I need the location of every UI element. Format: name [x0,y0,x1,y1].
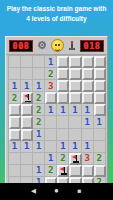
nav-recents-icon[interactable]: ■ [76,188,84,195]
cell-r10c4[interactable]: 2 [45,165,57,177]
cell-r3c8[interactable] [94,80,106,92]
cell-r7c7[interactable] [82,129,94,141]
cell-r3c2[interactable]: 1 [21,80,33,92]
settings-gear-icon[interactable]: ⚙ [37,40,47,51]
cell-r3c3[interactable]: 1 [33,80,45,92]
cell-r5c1[interactable] [9,104,21,116]
promo-line-2: 4 levels of difficulty [0,14,113,24]
android-navbar: ◀ ● ■ [0,183,113,200]
cell-r4c6[interactable] [69,92,81,104]
cell-r7c2[interactable] [21,129,33,141]
trophy-icon[interactable] [68,40,76,51]
cell-r2c1[interactable] [9,68,21,80]
smiley-mouth [55,47,60,51]
cell-r5c7[interactable]: 1 [82,104,94,116]
cell-r3c1[interactable]: 1 [9,80,21,92]
cell-r4c1[interactable]: 2 [9,92,21,104]
cell-r10c7[interactable] [82,165,94,177]
flag-icon [60,167,67,175]
cell-r10c2[interactable] [21,165,33,177]
cell-r7c4[interactable] [45,129,57,141]
cell-r9c7[interactable]: 3 [82,153,94,165]
cell-r2c4[interactable]: 2 [45,68,57,80]
cell-r3c5[interactable] [57,80,69,92]
cell-r4c2[interactable] [21,92,33,104]
cell-r6c2[interactable] [21,116,33,128]
flag-icon [72,155,79,163]
cell-r2c7[interactable] [82,68,94,80]
trophy-stem [71,44,73,48]
smiley-new-game-button[interactable] [51,39,64,52]
hud-bar: 008 ⚙ 018 [6,37,107,55]
cell-r1c3[interactable] [33,56,45,68]
cell-r8c7[interactable]: 1 [82,141,94,153]
cell-r3c4[interactable]: 3 [45,80,57,92]
cell-r2c3[interactable] [33,68,45,80]
cell-r2c2[interactable] [21,68,33,80]
cell-r1c1[interactable] [9,56,21,68]
cell-r10c6[interactable] [69,165,81,177]
cell-r8c6[interactable]: 1 [69,141,81,153]
board: 1211132221111211111111112321212 [8,55,106,189]
cell-r4c8[interactable] [94,92,106,104]
cell-r9c6[interactable] [69,153,81,165]
cell-r5c6[interactable]: 1 [69,104,81,116]
cell-r8c2[interactable]: 1 [21,141,33,153]
timer-counter: 018 [80,40,104,52]
cell-r6c5[interactable] [57,116,69,128]
promo-text: Play the classic brain game with 4 level… [0,4,113,23]
nav-back-icon[interactable]: ◀ [30,188,38,195]
cell-r9c2[interactable] [21,153,33,165]
cell-r8c4[interactable] [45,141,57,153]
cell-r7c8[interactable] [94,129,106,141]
cell-r7c5[interactable] [57,129,69,141]
cell-r9c3[interactable] [33,153,45,165]
cell-r5c8[interactable] [94,104,106,116]
cell-r1c4[interactable]: 1 [45,56,57,68]
cell-r6c1[interactable] [9,116,21,128]
flag-icon [24,94,31,102]
cell-r5c3[interactable]: 2 [33,104,45,116]
cell-r8c3[interactable]: 1 [33,141,45,153]
cell-r6c6[interactable] [69,116,81,128]
trophy-base [69,48,75,50]
nav-home-icon[interactable]: ● [53,188,61,195]
cell-r9c1[interactable] [9,153,21,165]
cell-r4c3[interactable]: 2 [33,92,45,104]
cell-r8c5[interactable]: 1 [57,141,69,153]
cell-r6c3[interactable]: 2 [33,116,45,128]
cell-r1c2[interactable] [21,56,33,68]
cell-r10c5[interactable] [57,165,69,177]
mine-counter: 008 [9,40,33,52]
cell-r10c8[interactable] [94,165,106,177]
cell-r1c7[interactable] [82,56,94,68]
cell-r5c4[interactable]: 1 [45,104,57,116]
cell-r3c6[interactable] [69,80,81,92]
promo-line-1: Play the classic brain game with [0,4,113,14]
cell-r2c8[interactable] [94,68,106,80]
cell-r4c5[interactable] [57,92,69,104]
smiley-right-eye [58,44,60,46]
cell-r1c5[interactable] [57,56,69,68]
game-panel: 008 ⚙ 018 121113222111121111111111232121… [5,36,108,200]
cell-r2c6[interactable] [69,68,81,80]
cell-r1c6[interactable] [69,56,81,68]
cell-r9c5[interactable]: 2 [57,153,69,165]
cell-r10c1[interactable] [9,165,21,177]
cell-r4c7[interactable] [82,92,94,104]
cell-r10c3[interactable]: 1 [33,165,45,177]
cell-r7c3[interactable]: 1 [33,129,45,141]
cell-r9c8[interactable]: 2 [94,153,106,165]
cell-r1c8[interactable] [94,56,106,68]
cell-r6c4[interactable] [45,116,57,128]
cell-r5c2[interactable] [21,104,33,116]
cell-r2c5[interactable] [57,68,69,80]
cell-r9c4[interactable]: 1 [45,153,57,165]
cell-r8c1[interactable]: 1 [9,141,21,153]
cell-r7c1[interactable] [9,129,21,141]
cell-r8c8[interactable] [94,141,106,153]
cell-r6c8[interactable]: 1 [94,116,106,128]
cell-r4c4[interactable] [45,92,57,104]
smiley-left-eye [55,44,57,46]
screen: Play the classic brain game with 4 level… [0,0,113,200]
cell-r3c7[interactable] [82,80,94,92]
cell-r7c6[interactable] [69,129,81,141]
cell-r6c7[interactable]: 1 [82,116,94,128]
cell-r5c5[interactable]: 1 [57,104,69,116]
